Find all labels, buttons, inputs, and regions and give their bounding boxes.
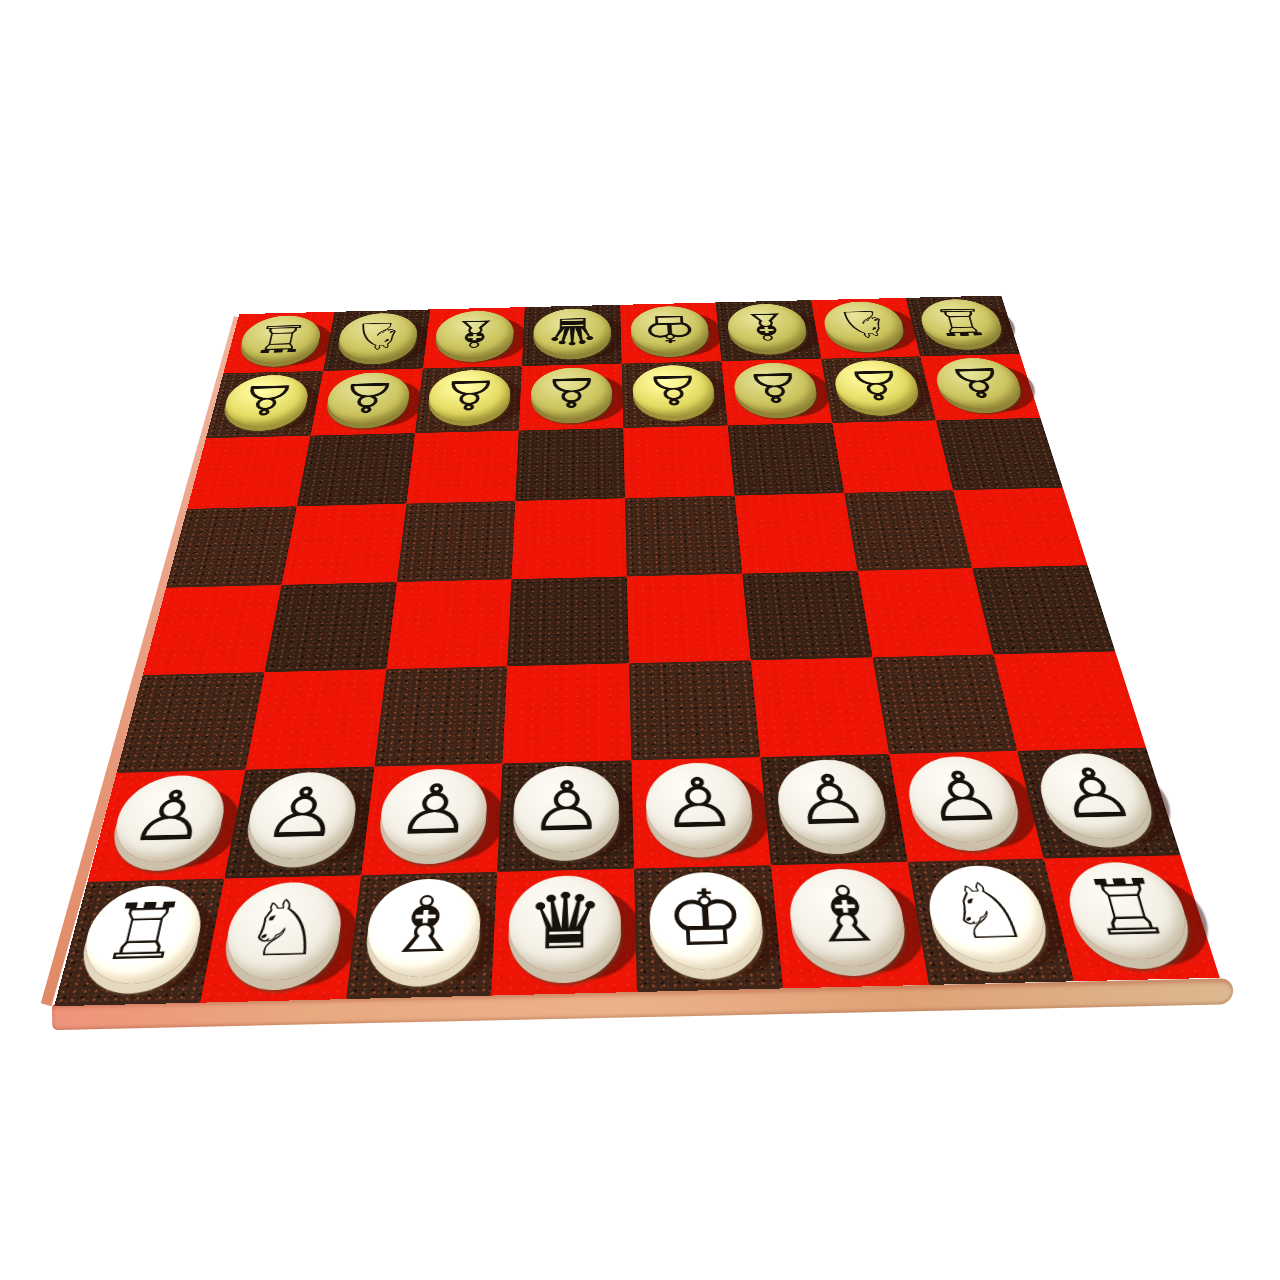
pawn-symbol-icon: ♙ xyxy=(644,369,704,411)
pawn-symbol-icon: ♙ xyxy=(744,366,807,408)
square-g8: ♘ xyxy=(811,298,921,359)
square-h2: ♙ xyxy=(1017,747,1180,858)
square-f2: ♙ xyxy=(760,754,907,866)
piece-white-bishop: ♗ xyxy=(363,878,483,978)
square-e2: ♙ xyxy=(631,757,770,869)
piece-black-pawn: ♙ xyxy=(219,374,312,427)
square-b1: ♘ xyxy=(200,875,361,1002)
piece-white-knight: ♘ xyxy=(922,865,1054,965)
king-symbol-icon: ♔ xyxy=(664,880,748,959)
square-a6 xyxy=(187,435,310,509)
pawn-symbol-icon: ♙ xyxy=(660,769,739,839)
square-c1: ♗ xyxy=(346,872,498,999)
piece-black-king: ♔ xyxy=(630,305,710,353)
square-c6 xyxy=(406,430,519,503)
square-f7: ♙ xyxy=(721,359,832,426)
knight-symbol-icon: ♘ xyxy=(833,305,896,343)
piece-black-bishop: ♗ xyxy=(725,303,809,351)
square-c2: ♙ xyxy=(361,763,503,875)
rook-symbol-icon: ♖ xyxy=(94,893,191,972)
pawn-symbol-icon: ♙ xyxy=(124,782,215,852)
pawn-symbol-icon: ♙ xyxy=(393,776,474,846)
square-h3 xyxy=(994,651,1146,750)
piece-black-pawn: ♙ xyxy=(831,359,922,412)
piece-white-knight: ♘ xyxy=(219,881,346,982)
piece-black-pawn: ♙ xyxy=(732,362,820,415)
pawn-symbol-icon: ♙ xyxy=(789,766,873,836)
square-b3 xyxy=(245,669,386,769)
square-h7: ♙ xyxy=(920,354,1040,420)
square-g5 xyxy=(844,490,973,570)
square-f6 xyxy=(727,423,843,496)
square-d3 xyxy=(503,663,632,763)
piece-white-pawn: ♙ xyxy=(903,756,1026,844)
piece-white-pawn: ♙ xyxy=(106,775,231,864)
square-f3 xyxy=(751,657,889,757)
piece-black-pawn: ♙ xyxy=(427,369,512,422)
knight-symbol-icon: ♘ xyxy=(347,317,408,355)
square-b5 xyxy=(281,504,406,585)
piece-black-pawn: ♙ xyxy=(530,367,612,420)
piece-black-knight: ♘ xyxy=(821,301,908,349)
square-a8: ♖ xyxy=(223,312,334,373)
square-g7: ♙ xyxy=(821,356,936,422)
piece-white-rook: ♖ xyxy=(1059,861,1198,960)
piece-white-pawn: ♙ xyxy=(774,759,891,847)
photo-canvas: ♖♘♗♛♔♗♘♖♙♙♙♙♙♙♙♙♙♙♙♙♙♙♙♙♖♘♗♛♔♗♘♖ xyxy=(0,0,1280,1280)
knight-symbol-icon: ♘ xyxy=(939,873,1035,952)
square-c5 xyxy=(396,501,515,582)
queen-symbol-icon: ♛ xyxy=(544,312,600,350)
square-e3 xyxy=(629,660,760,760)
piece-black-knight: ♘ xyxy=(335,312,420,361)
bishop-symbol-icon: ♗ xyxy=(446,314,504,352)
king-symbol-icon: ♔ xyxy=(641,310,698,348)
square-c7: ♙ xyxy=(415,366,522,433)
pawn-symbol-icon: ♙ xyxy=(259,779,345,849)
square-a4 xyxy=(143,585,282,675)
square-d1: ♛ xyxy=(491,869,637,996)
square-d4 xyxy=(507,576,629,666)
queen-symbol-icon: ♛ xyxy=(524,883,605,962)
square-f1: ♗ xyxy=(771,862,929,988)
square-d7: ♙ xyxy=(519,364,623,431)
square-g4 xyxy=(857,568,993,657)
square-d5 xyxy=(512,498,627,579)
square-c4 xyxy=(386,579,512,669)
piece-white-pawn: ♙ xyxy=(377,768,490,857)
bishop-symbol-icon: ♗ xyxy=(381,886,467,965)
bishop-symbol-icon: ♗ xyxy=(737,307,797,345)
piece-black-pawn: ♙ xyxy=(323,372,412,425)
piece-white-rook: ♖ xyxy=(74,885,209,986)
square-b6 xyxy=(297,433,415,507)
rook-symbol-icon: ♖ xyxy=(928,303,993,341)
piece-black-rook: ♖ xyxy=(236,315,324,364)
pawn-symbol-icon: ♙ xyxy=(919,763,1008,833)
pawn-symbol-icon: ♙ xyxy=(233,379,300,421)
piece-white-pawn: ♙ xyxy=(645,762,755,851)
pawn-symbol-icon: ♙ xyxy=(528,773,604,843)
square-f5 xyxy=(734,493,857,574)
square-e7: ♙ xyxy=(622,361,728,428)
piece-white-pawn: ♙ xyxy=(241,771,360,860)
square-h8: ♖ xyxy=(906,296,1020,357)
rook-symbol-icon: ♖ xyxy=(249,319,313,357)
square-e5 xyxy=(625,496,742,577)
square-g3 xyxy=(872,654,1017,753)
bishop-symbol-icon: ♗ xyxy=(802,876,892,955)
square-d8: ♛ xyxy=(522,305,622,366)
square-e6 xyxy=(623,425,734,498)
square-d2: ♙ xyxy=(497,760,634,872)
piece-white-bishop: ♗ xyxy=(785,868,910,968)
square-f4 xyxy=(742,571,872,660)
piece-white-queen: ♛ xyxy=(507,875,622,975)
piece-white-pawn: ♙ xyxy=(512,765,620,854)
square-g6 xyxy=(832,420,954,493)
chess-board: ♖♘♗♛♔♗♘♖♙♙♙♙♙♙♙♙♙♙♙♙♙♙♙♙♖♘♗♛♔♗♘♖ xyxy=(54,296,1220,1007)
rook-symbol-icon: ♖ xyxy=(1077,870,1178,949)
piece-black-rook: ♖ xyxy=(916,298,1006,346)
square-e8: ♔ xyxy=(620,302,721,363)
square-e1: ♔ xyxy=(634,865,783,992)
pawn-symbol-icon: ♙ xyxy=(439,374,500,416)
square-b8: ♘ xyxy=(323,309,430,370)
square-h5 xyxy=(953,488,1087,568)
piece-black-bishop: ♗ xyxy=(434,310,515,358)
square-b4 xyxy=(264,582,396,672)
piece-white-pawn: ♙ xyxy=(1032,752,1161,840)
square-c3 xyxy=(374,666,507,766)
pawn-symbol-icon: ♙ xyxy=(336,376,400,418)
piece-black-pawn: ♙ xyxy=(931,357,1026,410)
square-a3 xyxy=(117,672,265,772)
knight-symbol-icon: ♘ xyxy=(237,890,329,969)
piece-black-queen: ♛ xyxy=(533,308,612,356)
piece-white-king: ♔ xyxy=(648,871,766,971)
pawn-symbol-icon: ♙ xyxy=(542,371,600,413)
square-e4 xyxy=(627,574,751,663)
pawn-symbol-icon: ♙ xyxy=(1048,760,1142,829)
square-h4 xyxy=(972,565,1115,654)
pawn-symbol-icon: ♙ xyxy=(844,364,910,406)
square-a7: ♙ xyxy=(206,371,323,438)
square-c8: ♗ xyxy=(423,307,525,368)
square-b7: ♙ xyxy=(310,368,422,435)
square-d6 xyxy=(515,428,624,501)
square-a5 xyxy=(166,506,296,587)
square-h6 xyxy=(936,418,1063,491)
square-h1: ♖ xyxy=(1044,855,1220,981)
piece-black-pawn: ♙ xyxy=(632,364,716,417)
square-b2: ♙ xyxy=(224,766,374,879)
square-f8: ♗ xyxy=(715,300,820,361)
pawn-symbol-icon: ♙ xyxy=(944,361,1013,402)
